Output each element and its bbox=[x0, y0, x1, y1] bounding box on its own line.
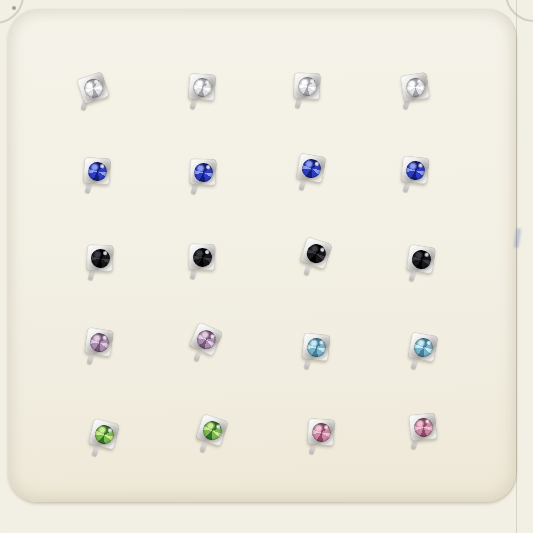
stud-pin bbox=[87, 353, 95, 364]
gem-lavender bbox=[88, 331, 109, 352]
jewelry-box-photo bbox=[0, 0, 533, 533]
stud-clear-r1c3 bbox=[287, 66, 327, 106]
gem-black bbox=[304, 241, 328, 265]
stud-pin bbox=[295, 97, 303, 108]
gem-blue bbox=[405, 160, 426, 181]
stud-blue-r2c2 bbox=[183, 152, 223, 192]
silver-square-setting bbox=[77, 72, 110, 105]
stud-blue-r2c4 bbox=[395, 150, 435, 190]
gem-aqua bbox=[412, 336, 434, 358]
gem-green bbox=[92, 422, 115, 445]
stud-aqua-r4c3 bbox=[296, 327, 336, 367]
stud-lavender-r4c1 bbox=[79, 322, 119, 362]
stud-blue-r2c3 bbox=[291, 148, 331, 188]
gem-blue bbox=[87, 161, 107, 181]
stud-pink-r5c4 bbox=[403, 407, 443, 447]
gem-black bbox=[192, 247, 211, 266]
silver-square-setting bbox=[190, 159, 217, 186]
silver-square-setting bbox=[84, 327, 113, 356]
gem-pink bbox=[311, 422, 331, 442]
stud-green-r5c1 bbox=[84, 414, 124, 454]
stud-clear-r1c1 bbox=[73, 68, 113, 108]
silver-square-setting bbox=[409, 413, 438, 442]
stud-pin bbox=[304, 358, 312, 369]
stud-pin bbox=[409, 270, 417, 281]
stud-pin bbox=[304, 264, 312, 275]
gem-clear bbox=[192, 77, 212, 97]
stud-pin bbox=[194, 350, 202, 361]
stud-pin bbox=[85, 182, 93, 193]
stud-pin bbox=[190, 98, 198, 109]
gem-aqua bbox=[306, 337, 327, 358]
gem-pink bbox=[413, 417, 434, 438]
silver-square-setting bbox=[300, 237, 333, 270]
stud-pin bbox=[309, 443, 317, 454]
gem-clear bbox=[297, 76, 317, 96]
silver-square-setting bbox=[294, 73, 321, 100]
gem-black bbox=[90, 248, 110, 268]
gem-clear bbox=[81, 76, 105, 100]
stud-black-r3c1 bbox=[80, 238, 120, 278]
studs-layer bbox=[0, 0, 533, 533]
stud-pin bbox=[403, 181, 411, 192]
gem-lavender bbox=[193, 326, 218, 351]
stud-pin bbox=[92, 445, 100, 456]
stud-clear-r1c2 bbox=[182, 67, 222, 107]
stud-aqua-r4c4 bbox=[403, 327, 443, 367]
stud-pin bbox=[200, 441, 208, 452]
stud-black-r3c2 bbox=[182, 237, 222, 277]
stud-pink-r5c3 bbox=[301, 412, 341, 452]
stud-pin bbox=[190, 268, 198, 279]
gem-blue bbox=[193, 162, 213, 182]
silver-square-setting bbox=[83, 157, 110, 184]
gem-blue bbox=[300, 157, 322, 179]
silver-square-setting bbox=[302, 333, 331, 362]
stud-lavender-r4c2 bbox=[186, 319, 226, 359]
stud-clear-r1c4 bbox=[395, 67, 435, 107]
silver-square-setting bbox=[296, 153, 326, 183]
silver-square-setting bbox=[401, 156, 430, 185]
stud-pin bbox=[191, 183, 199, 194]
silver-square-setting bbox=[196, 414, 229, 447]
gem-clear bbox=[404, 76, 425, 97]
silver-square-setting bbox=[400, 72, 429, 101]
stud-green-r5c2 bbox=[192, 410, 232, 450]
stud-black-r3c4 bbox=[401, 239, 441, 279]
silver-square-setting bbox=[88, 418, 120, 450]
stud-pin bbox=[299, 179, 307, 190]
silver-square-setting bbox=[189, 322, 223, 356]
silver-square-setting bbox=[189, 244, 215, 270]
gem-green bbox=[200, 418, 224, 442]
stud-pin bbox=[88, 269, 96, 280]
silver-square-setting bbox=[87, 245, 114, 272]
stud-pin bbox=[411, 358, 419, 369]
silver-square-setting bbox=[408, 332, 438, 362]
silver-square-setting bbox=[406, 244, 435, 273]
silver-square-setting bbox=[307, 418, 335, 446]
gem-black bbox=[410, 248, 431, 269]
silver-square-setting bbox=[188, 73, 216, 101]
stud-blue-r2c1 bbox=[77, 151, 117, 191]
stud-black-r3c3 bbox=[296, 233, 336, 273]
